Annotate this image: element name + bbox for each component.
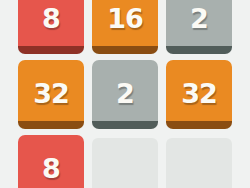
tile-2: 2 — [92, 60, 158, 129]
cell-r2c2-empty — [166, 138, 232, 188]
tile-8: 8 — [18, 0, 84, 54]
cell-r2c0: 8 — [18, 138, 84, 188]
cell-r2c1-empty — [92, 138, 158, 188]
tile-8: 8 — [18, 135, 84, 188]
cell-r0c1: 16 — [92, 0, 158, 54]
cell-r0c0: 8 — [18, 0, 84, 54]
tile-2: 2 — [166, 0, 232, 54]
tile-32: 32 — [18, 60, 84, 129]
2048-game-screen: { "game": "2048", "position": { "rows": … — [0, 0, 250, 188]
cell-r1c0: 32 — [18, 63, 84, 129]
cell-r1c1: 2 — [92, 63, 158, 129]
cell-r0c2: 2 — [166, 0, 232, 54]
game-board[interactable]: 8162322328 — [18, 0, 232, 188]
tile-32: 32 — [166, 60, 232, 129]
cell-r1c2: 32 — [166, 63, 232, 129]
tile-16: 16 — [92, 0, 158, 54]
